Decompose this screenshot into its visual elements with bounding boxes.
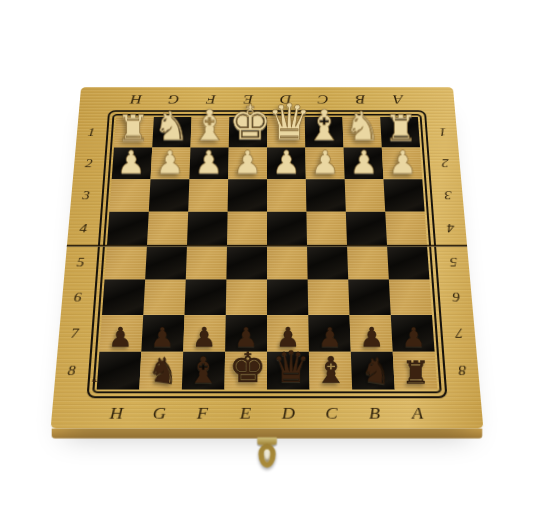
file-label: E — [224, 402, 267, 426]
file-label: D — [267, 90, 305, 108]
rank-label: 8 — [56, 352, 87, 390]
square-g8[interactable]: ♞ — [139, 352, 183, 390]
file-label: C — [304, 90, 342, 108]
white-knight-piece[interactable]: ♞ — [343, 107, 381, 147]
file-label: E — [229, 90, 267, 108]
square-f3[interactable] — [188, 179, 228, 211]
file-label: B — [353, 402, 397, 426]
white-pawn-piece[interactable]: ♟ — [345, 146, 384, 178]
rank-label: 2 — [432, 148, 460, 180]
rank-label: 6 — [442, 279, 472, 315]
rank-label: 4 — [436, 212, 465, 245]
file-labels-top: HGFEDCBA — [117, 90, 417, 108]
black-bishop-piece[interactable]: ♝ — [314, 352, 347, 389]
rank-label: 7 — [60, 315, 90, 352]
chess-board-box: HGFEDCBA HGFEDCBA 12345678 12345678 ♜♞♝♚… — [51, 87, 484, 428]
white-pawn-piece[interactable]: ♟ — [383, 146, 422, 178]
square-d3[interactable] — [267, 179, 306, 211]
square-e3[interactable] — [228, 179, 267, 211]
file-label: H — [117, 90, 156, 108]
board-grid[interactable]: ♜♞♝♚♛♝♞♜♟♟♟♟♟♟♟♟♟♟♟♟♟♟♟♟♜♞♝♚♛♝♞♜ — [97, 117, 438, 389]
latch-ring — [258, 444, 275, 468]
square-g6[interactable] — [143, 279, 186, 315]
file-label: D — [267, 402, 310, 426]
square-b8[interactable]: ♞ — [351, 352, 395, 390]
square-g5[interactable] — [145, 245, 187, 279]
product-photo: HGFEDCBA HGFEDCBA 12345678 12345678 ♜♞♝♚… — [0, 0, 534, 514]
outer-frame-line: ♜♞♝♚♛♝♞♜♟♟♟♟♟♟♟♟♟♟♟♟♟♟♟♟♜♞♝♚♛♝♞♜ — [86, 110, 447, 398]
square-f2[interactable]: ♟ — [189, 148, 228, 180]
white-pawn-piece[interactable]: ♟ — [306, 146, 345, 178]
square-c5[interactable] — [307, 245, 348, 279]
file-label: F — [192, 90, 230, 108]
rank-label: 5 — [66, 245, 95, 279]
file-label: H — [94, 402, 138, 426]
square-e2[interactable]: ♟ — [228, 148, 267, 180]
black-pawn-piece[interactable]: ♟ — [146, 324, 179, 351]
square-c4[interactable] — [306, 212, 347, 245]
square-h7[interactable]: ♟ — [99, 315, 143, 352]
white-pawn-piece[interactable]: ♟ — [112, 146, 151, 178]
square-a3[interactable] — [383, 179, 424, 211]
rank-label: 8 — [447, 352, 478, 390]
square-c7[interactable]: ♟ — [308, 315, 351, 352]
square-a4[interactable] — [385, 212, 427, 245]
white-knight-piece[interactable]: ♞ — [152, 107, 190, 147]
square-a7[interactable]: ♟ — [391, 315, 435, 352]
perspective-wrapper: HGFEDCBA HGFEDCBA 12345678 12345678 ♜♞♝♚… — [0, 0, 534, 514]
square-d4[interactable] — [267, 212, 307, 245]
file-label: A — [395, 402, 439, 426]
rank-label: 3 — [434, 179, 462, 211]
square-a2[interactable]: ♟ — [382, 148, 423, 180]
square-b4[interactable] — [346, 212, 387, 245]
square-c2[interactable]: ♟ — [305, 148, 344, 180]
square-g7[interactable]: ♟ — [141, 315, 184, 352]
square-g2[interactable]: ♟ — [151, 148, 191, 180]
white-bishop-piece[interactable]: ♝ — [305, 105, 343, 147]
square-h4[interactable] — [107, 212, 149, 245]
square-e5[interactable] — [226, 245, 267, 279]
white-rook-piece[interactable]: ♜ — [114, 111, 152, 147]
square-f5[interactable] — [186, 245, 227, 279]
black-pawn-piece[interactable]: ♟ — [397, 324, 430, 351]
square-h2[interactable]: ♟ — [112, 148, 153, 180]
square-f7[interactable]: ♟ — [183, 315, 226, 352]
file-label: G — [154, 90, 192, 108]
rank-label: 3 — [72, 179, 100, 211]
square-f6[interactable] — [185, 279, 227, 315]
white-pawn-piece[interactable]: ♟ — [228, 146, 267, 178]
square-d5[interactable] — [267, 245, 308, 279]
black-king-piece[interactable]: ♚ — [229, 347, 262, 388]
black-rook-piece[interactable]: ♜ — [399, 357, 432, 389]
square-b5[interactable] — [347, 245, 389, 279]
square-f8[interactable]: ♝ — [182, 352, 225, 390]
black-knight-piece[interactable]: ♞ — [144, 352, 182, 392]
rank-label: 6 — [63, 279, 93, 315]
rank-label: 1 — [429, 117, 456, 148]
square-d6[interactable] — [267, 279, 308, 315]
rank-label: 5 — [439, 245, 468, 279]
square-g4[interactable] — [147, 212, 188, 245]
white-pawn-piece[interactable]: ♟ — [151, 146, 190, 178]
black-pawn-piece[interactable]: ♟ — [355, 324, 388, 351]
inner-frame-line: ♜♞♝♚♛♝♞♜♟♟♟♟♟♟♟♟♟♟♟♟♟♟♟♟♜♞♝♚♛♝♞♜ — [92, 114, 442, 393]
square-h8[interactable]: ♜ — [97, 352, 142, 390]
rank-label: 2 — [75, 148, 103, 180]
black-rook-piece[interactable]: ♜ — [86, 371, 122, 408]
rank-label: 7 — [444, 315, 474, 352]
rank-label: 1 — [78, 117, 105, 148]
square-c8[interactable]: ♝ — [309, 352, 352, 390]
square-h3[interactable] — [109, 179, 150, 211]
black-pawn-piece[interactable]: ♟ — [104, 324, 137, 351]
white-bishop-piece[interactable]: ♝ — [191, 105, 229, 147]
rank-label: 4 — [69, 212, 98, 245]
black-pawn-piece[interactable]: ♟ — [313, 324, 346, 351]
square-d2[interactable]: ♟ — [267, 148, 306, 180]
square-b3[interactable] — [345, 179, 386, 211]
file-label: F — [181, 402, 225, 426]
file-label: C — [310, 402, 354, 426]
white-pawn-piece[interactable]: ♟ — [267, 146, 306, 178]
square-d8[interactable]: ♛ — [267, 352, 310, 390]
file-label: A — [379, 90, 418, 108]
square-h5[interactable] — [105, 245, 147, 279]
square-g3[interactable] — [149, 179, 190, 211]
square-e6[interactable] — [226, 279, 267, 315]
white-rook-piece[interactable]: ♜ — [382, 111, 420, 147]
black-bishop-piece[interactable]: ♝ — [187, 352, 220, 389]
square-e4[interactable] — [227, 212, 267, 245]
file-label: G — [137, 402, 181, 426]
square-c6[interactable] — [308, 279, 350, 315]
square-b7[interactable]: ♟ — [349, 315, 392, 352]
square-e8[interactable]: ♚ — [224, 352, 267, 390]
square-a6[interactable] — [389, 279, 432, 315]
square-b2[interactable]: ♟ — [344, 148, 384, 180]
box-front-edge — [52, 429, 483, 439]
black-knight-piece[interactable]: ♞ — [357, 352, 395, 392]
square-f4[interactable] — [187, 212, 228, 245]
square-a5[interactable] — [387, 245, 429, 279]
white-pawn-piece[interactable]: ♟ — [189, 146, 228, 178]
file-label: B — [341, 90, 379, 108]
black-queen-piece[interactable]: ♛ — [272, 345, 305, 388]
file-labels-bottom: HGFEDCBA — [94, 402, 440, 426]
square-h6[interactable] — [102, 279, 145, 315]
square-b6[interactable] — [348, 279, 391, 315]
square-a8[interactable]: ♜ — [393, 352, 438, 390]
square-c3[interactable] — [306, 179, 346, 211]
brass-latch — [253, 437, 281, 474]
fold-seam — [67, 245, 468, 248]
black-pawn-piece[interactable]: ♟ — [188, 324, 221, 351]
